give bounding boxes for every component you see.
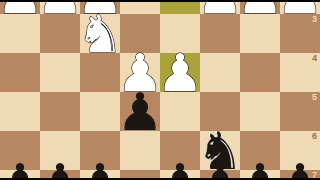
- square-d7[interactable]: ♟: [160, 170, 200, 178]
- black-pawn-f7[interactable]: ♟: [80, 163, 120, 178]
- rank-label-6: 6: [312, 132, 317, 141]
- square-e6[interactable]: [120, 131, 160, 170]
- square-b2[interactable]: ♟: [240, 2, 280, 14]
- square-b5[interactable]: [240, 92, 280, 131]
- black-pawn-c7[interactable]: ♟: [200, 163, 240, 178]
- square-d2[interactable]: [160, 2, 200, 14]
- square-b3[interactable]: [240, 14, 280, 53]
- rank-label-4: 4: [312, 54, 317, 63]
- black-pawn-b7[interactable]: ♟: [240, 163, 280, 178]
- square-f7[interactable]: ♟: [80, 170, 120, 178]
- white-knight-f3[interactable]: ♞: [80, 14, 120, 53]
- square-c7[interactable]: ♟: [200, 170, 240, 178]
- black-pawn-g7[interactable]: ♟: [40, 163, 80, 178]
- square-f3[interactable]: ♞: [80, 14, 120, 53]
- white-pawn-d4[interactable]: ♟: [160, 53, 200, 92]
- rank-label-3: 3: [312, 15, 317, 24]
- square-c2[interactable]: ♟: [200, 2, 240, 14]
- square-h4[interactable]: [0, 53, 40, 92]
- square-e7[interactable]: [120, 170, 160, 178]
- square-c4[interactable]: [200, 53, 240, 92]
- square-a4[interactable]: 4: [280, 53, 320, 92]
- white-pawn-a2[interactable]: ♟: [280, 2, 320, 14]
- square-g7[interactable]: ♟: [40, 170, 80, 178]
- square-f5[interactable]: [80, 92, 120, 131]
- square-f4[interactable]: [80, 53, 120, 92]
- white-pawn-b2[interactable]: ♟: [240, 2, 280, 14]
- square-b4[interactable]: [240, 53, 280, 92]
- black-pawn-d7[interactable]: ♟: [160, 163, 200, 178]
- white-pawn-h2[interactable]: ♟: [0, 2, 40, 14]
- letterbox-bottom-bar: [0, 178, 320, 180]
- square-c3[interactable]: [200, 14, 240, 53]
- square-g4[interactable]: [40, 53, 80, 92]
- white-pawn-c2[interactable]: ♟: [200, 2, 240, 14]
- square-h3[interactable]: [0, 14, 40, 53]
- square-g2[interactable]: ♟: [40, 2, 80, 14]
- square-a5[interactable]: 5: [280, 92, 320, 131]
- video-frame: ♟♟♟♟♟♟♞3♟♟4♟5♞6♟♟♟♟♟♟7♟: [0, 0, 320, 180]
- white-pawn-g2[interactable]: ♟: [40, 2, 80, 14]
- black-pawn-a7[interactable]: ♟: [280, 163, 320, 178]
- square-d4[interactable]: ♟: [160, 53, 200, 92]
- square-h2[interactable]: ♟: [0, 2, 40, 14]
- chess-board-grid: ♟♟♟♟♟♟♞3♟♟4♟5♞6♟♟♟♟♟♟7♟: [0, 2, 320, 178]
- square-h5[interactable]: [0, 92, 40, 131]
- square-e5[interactable]: ♟: [120, 92, 160, 131]
- square-a3[interactable]: 3: [280, 14, 320, 53]
- square-b7[interactable]: ♟: [240, 170, 280, 178]
- chess-board[interactable]: ♟♟♟♟♟♟♞3♟♟4♟5♞6♟♟♟♟♟♟7♟: [0, 2, 320, 178]
- rank-label-5: 5: [312, 93, 317, 102]
- square-e2[interactable]: [120, 2, 160, 14]
- square-a2[interactable]: ♟: [280, 2, 320, 14]
- square-g3[interactable]: [40, 14, 80, 53]
- black-pawn-e5[interactable]: ♟: [120, 92, 160, 131]
- square-g5[interactable]: [40, 92, 80, 131]
- square-a7[interactable]: 7♟: [280, 170, 320, 178]
- square-h7[interactable]: ♟: [0, 170, 40, 178]
- square-d5[interactable]: [160, 92, 200, 131]
- black-pawn-h7[interactable]: ♟: [0, 163, 40, 178]
